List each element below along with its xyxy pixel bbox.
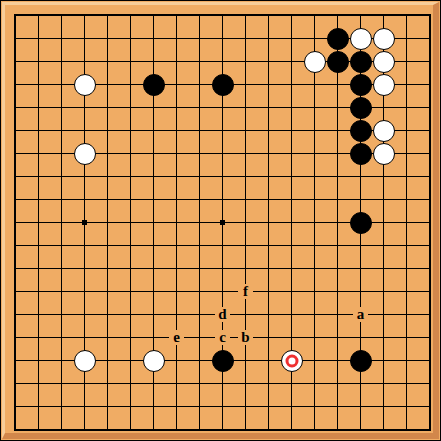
point-label-f[interactable]: f xyxy=(238,284,253,299)
white-stone[interactable] xyxy=(74,143,96,165)
white-stone[interactable] xyxy=(350,28,372,50)
black-stone[interactable] xyxy=(350,97,372,119)
black-stone[interactable] xyxy=(143,74,165,96)
black-stone[interactable] xyxy=(350,51,372,73)
white-stone[interactable] xyxy=(143,350,165,372)
black-stone[interactable] xyxy=(350,212,372,234)
black-stone[interactable] xyxy=(212,350,234,372)
go-board: fdaecb xyxy=(0,0,441,441)
point-label-a[interactable]: a xyxy=(353,307,368,322)
white-stone[interactable] xyxy=(373,28,395,50)
black-stone[interactable] xyxy=(350,74,372,96)
point-label-c[interactable]: c xyxy=(215,330,230,345)
black-stone[interactable] xyxy=(327,51,349,73)
white-stone[interactable] xyxy=(74,350,96,372)
point-label-b[interactable]: b xyxy=(238,330,253,345)
white-stone[interactable] xyxy=(373,74,395,96)
black-stone[interactable] xyxy=(350,350,372,372)
point-label-e[interactable]: e xyxy=(169,330,184,345)
star-point xyxy=(82,220,87,225)
black-stone[interactable] xyxy=(212,74,234,96)
black-stone[interactable] xyxy=(350,143,372,165)
white-stone[interactable] xyxy=(373,51,395,73)
red-circle-mark xyxy=(285,354,298,367)
black-stone[interactable] xyxy=(350,120,372,142)
black-stone[interactable] xyxy=(327,28,349,50)
white-stone[interactable] xyxy=(304,51,326,73)
star-point xyxy=(220,220,225,225)
white-stone-marked[interactable] xyxy=(281,350,303,372)
white-stone[interactable] xyxy=(373,120,395,142)
white-stone[interactable] xyxy=(74,74,96,96)
screenshot-stage: fdaecb xyxy=(0,0,441,441)
point-label-d[interactable]: d xyxy=(215,307,230,322)
white-stone[interactable] xyxy=(373,143,395,165)
